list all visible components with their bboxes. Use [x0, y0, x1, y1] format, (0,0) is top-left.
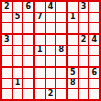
empty-cell-r6c8[interactable]: [79, 56, 89, 66]
box-r3c1: 1: [2, 68, 33, 99]
empty-cell-r2c1[interactable]: [2, 13, 12, 23]
empty-cell-r6c3[interactable]: [23, 56, 33, 66]
empty-cell-r5c7[interactable]: [68, 46, 78, 56]
empty-cell-r9c7[interactable]: [68, 89, 78, 99]
given-cell-r8c2: 1: [13, 79, 23, 89]
empty-cell-r5c3[interactable]: [23, 46, 33, 56]
empty-cell-r8c8[interactable]: [79, 79, 89, 89]
given-cell-r7c9: 6: [89, 68, 99, 78]
empty-cell-r9c3[interactable]: [23, 89, 33, 99]
empty-cell-r3c6[interactable]: [56, 23, 66, 33]
empty-cell-r4c2[interactable]: [13, 35, 23, 45]
box-r1c1: 265: [2, 2, 33, 33]
empty-cell-r3c5[interactable]: [46, 23, 56, 33]
empty-cell-r7c1[interactable]: [2, 68, 12, 78]
empty-cell-r8c5[interactable]: [46, 79, 56, 89]
empty-cell-r2c5[interactable]: [46, 13, 56, 23]
empty-cell-r2c6[interactable]: [56, 13, 66, 23]
box-r1c2: 47: [35, 2, 66, 33]
box-r2c3: 24: [68, 35, 99, 66]
empty-cell-r9c4[interactable]: [35, 89, 45, 99]
empty-cell-r3c4[interactable]: [35, 23, 45, 33]
empty-cell-r6c2[interactable]: [13, 56, 23, 66]
box-r2c1: 3: [2, 35, 33, 66]
empty-cell-r7c8[interactable]: [79, 68, 89, 78]
empty-cell-r4c5[interactable]: [46, 35, 56, 45]
empty-cell-r3c1[interactable]: [2, 23, 12, 33]
empty-cell-r8c4[interactable]: [35, 79, 45, 89]
empty-cell-r1c6[interactable]: [56, 2, 66, 12]
given-cell-r5c6: 8: [56, 46, 66, 56]
empty-cell-r3c3[interactable]: [23, 23, 33, 33]
empty-cell-r2c3[interactable]: [23, 13, 33, 23]
empty-cell-r5c1[interactable]: [2, 46, 12, 56]
empty-cell-r2c9[interactable]: [89, 13, 99, 23]
given-cell-r4c8: 2: [79, 35, 89, 45]
given-cell-r1c1: 2: [2, 2, 12, 12]
empty-cell-r7c4[interactable]: [35, 68, 45, 78]
box-r2c2: 18: [35, 35, 66, 66]
empty-cell-r4c4[interactable]: [35, 35, 45, 45]
empty-cell-r3c9[interactable]: [89, 23, 99, 33]
given-cell-r2c4: 7: [35, 13, 45, 23]
given-cell-r1c3: 6: [23, 2, 33, 12]
empty-cell-r9c2[interactable]: [13, 89, 23, 99]
empty-cell-r1c2[interactable]: [13, 2, 23, 12]
empty-cell-r7c5[interactable]: [46, 68, 56, 78]
empty-cell-r3c8[interactable]: [79, 23, 89, 33]
empty-cell-r6c4[interactable]: [35, 56, 45, 66]
box-r3c2: 2: [35, 68, 66, 99]
given-cell-r8c7: 8: [68, 79, 78, 89]
given-cell-r1c5: 4: [46, 2, 56, 12]
empty-cell-r1c7[interactable]: [68, 2, 78, 12]
empty-cell-r5c8[interactable]: [79, 46, 89, 56]
empty-cell-r5c2[interactable]: [13, 46, 23, 56]
empty-cell-r5c9[interactable]: [89, 46, 99, 56]
empty-cell-r7c6[interactable]: [56, 68, 66, 78]
empty-cell-r7c2[interactable]: [13, 68, 23, 78]
empty-cell-r6c6[interactable]: [56, 56, 66, 66]
empty-cell-r3c2[interactable]: [13, 23, 23, 33]
empty-cell-r9c1[interactable]: [2, 89, 12, 99]
empty-cell-r9c6[interactable]: [56, 89, 66, 99]
empty-cell-r2c8[interactable]: [79, 13, 89, 23]
given-cell-r4c9: 4: [89, 35, 99, 45]
empty-cell-r3c7[interactable]: [68, 23, 78, 33]
empty-cell-r6c7[interactable]: [68, 56, 78, 66]
empty-cell-r8c1[interactable]: [2, 79, 12, 89]
given-cell-r7c7: 5: [68, 68, 78, 78]
empty-cell-r4c3[interactable]: [23, 35, 33, 45]
given-cell-r2c7: 1: [68, 13, 78, 23]
given-cell-r1c8: 3: [79, 2, 89, 12]
empty-cell-r4c6[interactable]: [56, 35, 66, 45]
given-cell-r4c1: 3: [2, 35, 12, 45]
box-r3c3: 568: [68, 68, 99, 99]
sudoku-board: 26547313182412568: [0, 0, 101, 101]
given-cell-r2c2: 5: [13, 13, 23, 23]
empty-cell-r4c7[interactable]: [68, 35, 78, 45]
box-r1c3: 31: [68, 2, 99, 33]
empty-cell-r5c5[interactable]: [46, 46, 56, 56]
empty-cell-r6c1[interactable]: [2, 56, 12, 66]
empty-cell-r8c9[interactable]: [89, 79, 99, 89]
empty-cell-r7c3[interactable]: [23, 68, 33, 78]
empty-cell-r8c6[interactable]: [56, 79, 66, 89]
empty-cell-r6c9[interactable]: [89, 56, 99, 66]
empty-cell-r8c3[interactable]: [23, 79, 33, 89]
empty-cell-r9c9[interactable]: [89, 89, 99, 99]
empty-cell-r6c5[interactable]: [46, 56, 56, 66]
empty-cell-r1c9[interactable]: [89, 2, 99, 12]
empty-cell-r1c4[interactable]: [35, 2, 45, 12]
empty-cell-r9c8[interactable]: [79, 89, 89, 99]
given-cell-r5c4: 1: [35, 46, 45, 56]
given-cell-r9c5: 2: [46, 89, 56, 99]
